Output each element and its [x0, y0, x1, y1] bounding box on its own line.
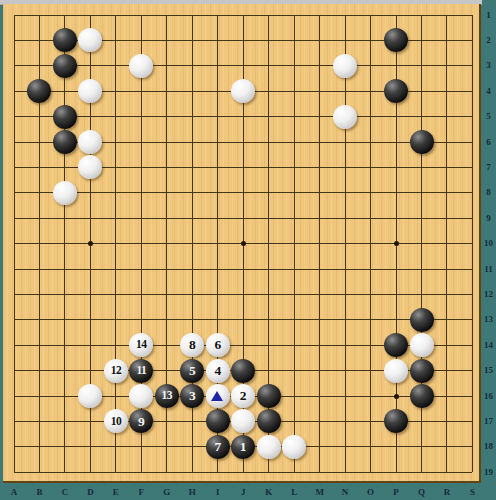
- go-board[interactable]: 1486121154133210971: [3, 4, 481, 483]
- black-stone: [257, 409, 281, 433]
- white-stone-move-14: 14: [129, 333, 153, 357]
- move-number-label: 10: [104, 409, 128, 433]
- coord-label-column: N: [337, 486, 353, 498]
- black-stone: [257, 384, 281, 408]
- black-stone: [410, 308, 434, 332]
- coord-label-row: 9: [481, 212, 496, 224]
- black-stone: [53, 28, 77, 52]
- move-number-label: 8: [180, 333, 204, 357]
- coord-label-row: 5: [481, 111, 496, 123]
- coord-label-column: J: [235, 486, 251, 498]
- coord-label-row: 17: [481, 415, 496, 427]
- star-point: [241, 241, 246, 246]
- black-stone: [410, 130, 434, 154]
- star-point: [394, 394, 399, 399]
- white-stone: [231, 79, 255, 103]
- white-stone: [129, 54, 153, 78]
- black-stone: [410, 384, 434, 408]
- go-diagram-window: 1486121154133210971 ABCDEFGHIJKLMNOPQRS1…: [0, 0, 496, 500]
- coord-label-row: 2: [481, 34, 496, 46]
- white-stone: [129, 384, 153, 408]
- black-stone-move-13: 13: [155, 384, 179, 408]
- coord-label-column: P: [388, 486, 404, 498]
- star-point: [88, 241, 93, 246]
- white-stone: [282, 435, 306, 459]
- black-stone-move-1: 1: [231, 435, 255, 459]
- coord-label-row: 3: [481, 60, 496, 72]
- white-stone: [384, 359, 408, 383]
- coord-label-row: 18: [481, 441, 496, 453]
- coord-label-column: O: [363, 486, 379, 498]
- coord-label-row: 10: [481, 238, 496, 250]
- white-stone: [78, 28, 102, 52]
- move-number-label: 11: [129, 359, 153, 383]
- white-stone-move-10: 10: [104, 409, 128, 433]
- star-point: [394, 241, 399, 246]
- grid-line: [14, 319, 472, 320]
- move-number-label: 13: [155, 384, 179, 408]
- coord-label-row: 7: [481, 161, 496, 173]
- coord-label-column: A: [6, 486, 22, 498]
- move-number-label: 14: [129, 333, 153, 357]
- black-stone-move-3: 3: [180, 384, 204, 408]
- black-stone-move-9: 9: [129, 409, 153, 433]
- coord-label-column: M: [312, 486, 328, 498]
- black-stone: [231, 359, 255, 383]
- move-number-label: 7: [206, 435, 230, 459]
- grid-line: [14, 472, 472, 473]
- coord-label-column: F: [133, 486, 149, 498]
- coord-label-column: D: [82, 486, 98, 498]
- black-stone: [206, 409, 230, 433]
- white-stone-move-4: 4: [206, 359, 230, 383]
- coord-label-row: 12: [481, 288, 496, 300]
- move-number-label: 2: [231, 384, 255, 408]
- black-stone: [384, 409, 408, 433]
- coord-label-column: S: [464, 486, 480, 498]
- white-stone: [78, 130, 102, 154]
- move-number-label: 6: [206, 333, 230, 357]
- white-stone: [53, 181, 77, 205]
- black-stone: [53, 54, 77, 78]
- black-stone: [53, 130, 77, 154]
- coord-label-row: 4: [481, 85, 496, 97]
- black-stone-move-7: 7: [206, 435, 230, 459]
- coord-label-column: H: [184, 486, 200, 498]
- move-number-label: 1: [231, 435, 255, 459]
- coord-label-column: L: [286, 486, 302, 498]
- coord-label-row: 13: [481, 314, 496, 326]
- coord-label-column: B: [31, 486, 47, 498]
- white-stone: [333, 54, 357, 78]
- coord-label-column: Q: [414, 486, 430, 498]
- move-number-label: 5: [180, 359, 204, 383]
- white-stone: [257, 435, 281, 459]
- grid-line: [319, 15, 320, 472]
- white-stone: [410, 333, 434, 357]
- white-stone: [333, 105, 357, 129]
- coord-label-row: 1: [481, 9, 496, 21]
- coord-label-column: I: [210, 486, 226, 498]
- coord-label-column: E: [108, 486, 124, 498]
- move-number-label: 3: [180, 384, 204, 408]
- coord-label-row: 8: [481, 187, 496, 199]
- black-stone: [384, 333, 408, 357]
- coord-label-row: 15: [481, 365, 496, 377]
- black-stone: [53, 105, 77, 129]
- black-stone: [384, 79, 408, 103]
- coord-label-row: 11: [481, 263, 496, 275]
- black-stone-move-5: 5: [180, 359, 204, 383]
- coord-label-row: 16: [481, 390, 496, 402]
- white-stone-move-2: 2: [231, 384, 255, 408]
- move-number-label: 9: [129, 409, 153, 433]
- coord-label-column: K: [261, 486, 277, 498]
- coord-label-column: R: [439, 486, 455, 498]
- grid-line: [345, 15, 346, 472]
- grid-line: [472, 15, 473, 472]
- coord-label-row: 14: [481, 339, 496, 351]
- white-stone-move-12: 12: [104, 359, 128, 383]
- white-stone: [231, 409, 255, 433]
- white-stone-move-6: 6: [206, 333, 230, 357]
- coord-label-column: G: [159, 486, 175, 498]
- grid-line: [14, 294, 472, 295]
- white-stone-move-8: 8: [180, 333, 204, 357]
- grid-line: [370, 15, 371, 472]
- white-stone: [78, 79, 102, 103]
- grid-line: [294, 15, 295, 472]
- coord-label-row: 19: [481, 466, 496, 478]
- black-stone: [384, 28, 408, 52]
- black-stone-move-11: 11: [129, 359, 153, 383]
- black-stone: [410, 359, 434, 383]
- white-stone-marked: [206, 384, 230, 408]
- white-stone: [78, 155, 102, 179]
- move-number-label: 4: [206, 359, 230, 383]
- coord-label-column: C: [57, 486, 73, 498]
- triangle-mark-icon: [211, 391, 223, 401]
- coord-label-row: 6: [481, 136, 496, 148]
- move-number-label: 12: [104, 359, 128, 383]
- white-stone: [78, 384, 102, 408]
- grid-line: [446, 15, 447, 472]
- grid-line: [14, 269, 472, 270]
- black-stone: [27, 79, 51, 103]
